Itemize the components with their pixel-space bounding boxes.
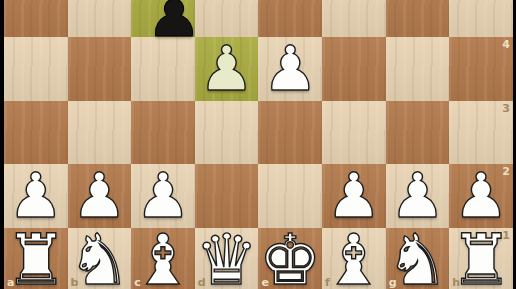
piece-white-king-e1[interactable]: ♚ [258,228,322,289]
square-e3[interactable] [258,101,322,165]
square-h1[interactable]: 1h♜ [449,228,513,289]
piece-white-bishop-f1[interactable]: ♝ [322,228,386,289]
square-a5[interactable] [4,0,68,37]
square-g1[interactable]: g♞ [386,228,450,289]
chess-app-frame: ♟♟♟43♟♟♟♟♟2♟a♜b♞c♝d♛e♚f♝g♞1h♜ [0,0,516,289]
square-f1[interactable]: f♝ [322,228,386,289]
piece-white-rook-h1[interactable]: ♜ [449,228,513,289]
piece-white-bishop-c1[interactable]: ♝ [131,228,195,289]
rank-label-3: 3 [502,102,510,115]
rank-label-4: 4 [502,38,510,51]
square-g3[interactable] [386,101,450,165]
square-b3[interactable] [68,101,132,165]
piece-white-knight-b1[interactable]: ♞ [68,228,132,289]
square-a3[interactable] [4,101,68,165]
piece-white-pawn-e4[interactable]: ♟ [258,37,322,101]
square-f4[interactable] [322,37,386,101]
square-h3[interactable]: 3 [449,101,513,165]
piece-white-rook-a1[interactable]: ♜ [4,228,68,289]
square-b1[interactable]: b♞ [68,228,132,289]
square-b5[interactable] [68,0,132,37]
square-e1[interactable]: e♚ [258,228,322,289]
square-e4[interactable]: ♟ [258,37,322,101]
square-c1[interactable]: c♝ [131,228,195,289]
square-c5[interactable]: ♟ [131,0,195,37]
square-a1[interactable]: a♜ [4,228,68,289]
square-h5[interactable] [449,0,513,37]
piece-white-queen-d1[interactable]: ♛ [195,228,259,289]
square-a4[interactable] [4,37,68,101]
square-d4[interactable]: ♟ [195,37,259,101]
square-b4[interactable] [68,37,132,101]
square-d1[interactable]: d♛ [195,228,259,289]
piece-white-pawn-d4[interactable]: ♟ [195,37,259,101]
square-c3[interactable] [131,101,195,165]
square-g4[interactable] [386,37,450,101]
piece-white-knight-g1[interactable]: ♞ [386,228,450,289]
square-f3[interactable] [322,101,386,165]
square-d3[interactable] [195,101,259,165]
square-f5[interactable] [322,0,386,37]
chess-board: ♟♟♟43♟♟♟♟♟2♟a♜b♞c♝d♛e♚f♝g♞1h♜ [4,0,513,289]
square-g5[interactable] [386,0,450,37]
square-h4[interactable]: 4 [449,37,513,101]
